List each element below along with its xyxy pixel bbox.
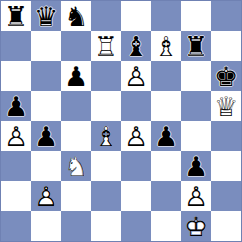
black-knight[interactable]: ♞ <box>61 1 91 31</box>
black-king[interactable]: ♚ <box>211 61 241 91</box>
square-f8[interactable] <box>151 1 181 31</box>
square-a2[interactable] <box>1 181 31 211</box>
square-g5[interactable] <box>181 91 211 121</box>
white-queen[interactable]: ♛♕ <box>211 91 241 121</box>
square-e6[interactable]: ♟♙ <box>121 61 151 91</box>
square-h2[interactable] <box>211 181 241 211</box>
square-h4[interactable] <box>211 121 241 151</box>
square-g7[interactable]: ♜ <box>181 31 211 61</box>
square-d1[interactable] <box>91 211 121 241</box>
square-g6[interactable] <box>181 61 211 91</box>
square-f3[interactable] <box>151 151 181 181</box>
square-a1[interactable] <box>1 211 31 241</box>
square-b3[interactable] <box>31 151 61 181</box>
square-f7[interactable]: ♝♗ <box>151 31 181 61</box>
knight-outline-glyph: ♘ <box>61 151 91 181</box>
square-h5[interactable]: ♛♕ <box>211 91 241 121</box>
square-g1[interactable]: ♚♔ <box>181 211 211 241</box>
square-g4[interactable] <box>181 121 211 151</box>
square-a6[interactable] <box>1 61 31 91</box>
king-outline-glyph: ♔ <box>181 211 211 241</box>
square-c7[interactable] <box>61 31 91 61</box>
square-d3[interactable] <box>91 151 121 181</box>
black-rook[interactable]: ♜ <box>181 31 211 61</box>
white-pawn[interactable]: ♟♙ <box>31 181 61 211</box>
rook-glyph: ♜ <box>181 31 211 61</box>
square-g2[interactable]: ♟♙ <box>181 181 211 211</box>
pawn-outline-glyph: ♙ <box>121 61 151 91</box>
square-e4[interactable]: ♟♙ <box>121 121 151 151</box>
square-b1[interactable] <box>31 211 61 241</box>
pawn-glyph: ♟ <box>151 121 181 151</box>
square-f6[interactable] <box>151 61 181 91</box>
square-a8[interactable]: ♜ <box>1 1 31 31</box>
white-bishop[interactable]: ♝♗ <box>151 31 181 61</box>
square-e1[interactable] <box>121 211 151 241</box>
square-b8[interactable]: ♛ <box>31 1 61 31</box>
square-g8[interactable] <box>181 1 211 31</box>
bishop-glyph: ♝ <box>121 31 151 61</box>
pawn-outline-glyph: ♙ <box>121 121 151 151</box>
square-e5[interactable] <box>121 91 151 121</box>
square-f4[interactable]: ♟ <box>151 121 181 151</box>
white-pawn[interactable]: ♟♙ <box>1 121 31 151</box>
white-bishop[interactable]: ♝♗ <box>91 121 121 151</box>
square-h7[interactable] <box>211 31 241 61</box>
chess-board: ♜♛♞♜♖♝♝♗♜♟♟♙♚♟♛♕♟♙♟♝♗♟♙♟♞♘♟♟♙♟♙♚♔ <box>0 0 242 242</box>
square-f5[interactable] <box>151 91 181 121</box>
square-g3[interactable]: ♟ <box>181 151 211 181</box>
square-h6[interactable]: ♚ <box>211 61 241 91</box>
rook-glyph: ♜ <box>1 1 31 31</box>
white-pawn[interactable]: ♟♙ <box>181 181 211 211</box>
square-c4[interactable] <box>61 121 91 151</box>
white-knight[interactable]: ♞♘ <box>61 151 91 181</box>
black-rook[interactable]: ♜ <box>1 1 31 31</box>
square-a3[interactable] <box>1 151 31 181</box>
knight-glyph: ♞ <box>61 1 91 31</box>
square-h8[interactable] <box>211 1 241 31</box>
pawn-glyph: ♟ <box>31 121 61 151</box>
square-a4[interactable]: ♟♙ <box>1 121 31 151</box>
bishop-outline-glyph: ♗ <box>151 31 181 61</box>
black-pawn[interactable]: ♟ <box>151 121 181 151</box>
black-queen[interactable]: ♛ <box>31 1 61 31</box>
square-d5[interactable] <box>91 91 121 121</box>
black-pawn[interactable]: ♟ <box>181 151 211 181</box>
bishop-outline-glyph: ♗ <box>91 121 121 151</box>
square-e7[interactable]: ♝ <box>121 31 151 61</box>
white-king[interactable]: ♚♔ <box>181 211 211 241</box>
square-h1[interactable] <box>211 211 241 241</box>
square-f2[interactable] <box>151 181 181 211</box>
square-c1[interactable] <box>61 211 91 241</box>
square-f1[interactable] <box>151 211 181 241</box>
square-d2[interactable] <box>91 181 121 211</box>
square-d8[interactable] <box>91 1 121 31</box>
black-pawn[interactable]: ♟ <box>1 91 31 121</box>
square-e8[interactable] <box>121 1 151 31</box>
square-a7[interactable] <box>1 31 31 61</box>
square-c6[interactable]: ♟ <box>61 61 91 91</box>
queen-outline-glyph: ♕ <box>211 91 241 121</box>
square-a5[interactable]: ♟ <box>1 91 31 121</box>
square-e2[interactable] <box>121 181 151 211</box>
square-d4[interactable]: ♝♗ <box>91 121 121 151</box>
queen-glyph: ♛ <box>31 1 61 31</box>
pawn-outline-glyph: ♙ <box>181 181 211 211</box>
black-pawn[interactable]: ♟ <box>31 121 61 151</box>
square-b6[interactable] <box>31 61 61 91</box>
square-d7[interactable]: ♜♖ <box>91 31 121 61</box>
square-d6[interactable] <box>91 61 121 91</box>
square-b5[interactable] <box>31 91 61 121</box>
pawn-glyph: ♟ <box>1 91 31 121</box>
pawn-outline-glyph: ♙ <box>31 181 61 211</box>
pawn-outline-glyph: ♙ <box>1 121 31 151</box>
pawn-glyph: ♟ <box>61 61 91 91</box>
square-c2[interactable] <box>61 181 91 211</box>
white-pawn[interactable]: ♟♙ <box>121 61 151 91</box>
square-c8[interactable]: ♞ <box>61 1 91 31</box>
white-rook[interactable]: ♜♖ <box>91 31 121 61</box>
king-glyph: ♚ <box>211 61 241 91</box>
white-pawn[interactable]: ♟♙ <box>121 121 151 151</box>
black-bishop[interactable]: ♝ <box>121 31 151 61</box>
square-c5[interactable] <box>61 91 91 121</box>
square-e3[interactable] <box>121 151 151 181</box>
square-b4[interactable]: ♟ <box>31 121 61 151</box>
rook-outline-glyph: ♖ <box>91 31 121 61</box>
black-pawn[interactable]: ♟ <box>61 61 91 91</box>
square-c3[interactable]: ♞♘ <box>61 151 91 181</box>
square-b7[interactable] <box>31 31 61 61</box>
square-b2[interactable]: ♟♙ <box>31 181 61 211</box>
square-h3[interactable] <box>211 151 241 181</box>
pawn-glyph: ♟ <box>181 151 211 181</box>
